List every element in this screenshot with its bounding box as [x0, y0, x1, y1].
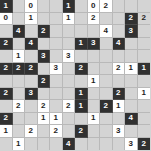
- cell-r2c5[interactable]: [63, 25, 76, 38]
- cell-r0c3[interactable]: [38, 0, 51, 13]
- cell-r5c2[interactable]: 2: [25, 63, 38, 76]
- cell-r1c8[interactable]: [100, 13, 113, 26]
- cell-r0c6[interactable]: [75, 0, 88, 13]
- cell-r4c5[interactable]: 3: [63, 50, 76, 63]
- cell-r1c6[interactable]: [75, 13, 88, 26]
- cell-r1c2[interactable]: 1: [25, 13, 38, 26]
- cell-r4c8[interactable]: [100, 50, 113, 63]
- cell-r11c2[interactable]: [25, 138, 38, 151]
- cell-r5c10[interactable]: 1: [125, 63, 138, 76]
- cell-r4c9[interactable]: [113, 50, 126, 63]
- cell-r0c0[interactable]: 1: [0, 0, 13, 13]
- cell-r3c9[interactable]: 4: [113, 38, 126, 51]
- cell-r2c8[interactable]: 4: [100, 25, 113, 38]
- cell-r8c10[interactable]: [125, 100, 138, 113]
- cell-r4c4[interactable]: [50, 50, 63, 63]
- cell-r4c6[interactable]: [75, 50, 88, 63]
- cell-r2c6[interactable]: [75, 25, 88, 38]
- cell-r0c9[interactable]: [113, 0, 126, 13]
- cell-r8c7[interactable]: [88, 100, 101, 113]
- cell-r3c2[interactable]: 4: [25, 38, 38, 51]
- cell-r8c0[interactable]: [0, 100, 13, 113]
- cell-r0c10[interactable]: [125, 0, 138, 13]
- cell-r7c1[interactable]: [13, 88, 26, 101]
- cell-r11c11[interactable]: 2: [138, 138, 151, 151]
- cell-r3c5[interactable]: [63, 38, 76, 51]
- cell-r3c11[interactable]: [138, 38, 151, 51]
- cell-r7c0[interactable]: 2: [0, 88, 13, 101]
- cell-r3c1[interactable]: [13, 38, 26, 51]
- cell-r9c11[interactable]: [138, 113, 151, 126]
- cell-r6c7[interactable]: 1: [88, 75, 101, 88]
- cell-r0c8[interactable]: 2: [100, 0, 113, 13]
- cell-r5c11[interactable]: 1: [138, 63, 151, 76]
- cell-r2c7[interactable]: [88, 25, 101, 38]
- cell-r1c0[interactable]: 0: [0, 13, 13, 26]
- cell-r6c1[interactable]: [13, 75, 26, 88]
- cell-r5c0[interactable]: 2: [0, 63, 13, 76]
- cell-r11c9[interactable]: [113, 138, 126, 151]
- cell-r6c8[interactable]: [100, 75, 113, 88]
- cell-r11c8[interactable]: [100, 138, 113, 151]
- cell-r0c1[interactable]: [13, 0, 26, 13]
- cell-r1c10[interactable]: 2: [125, 13, 138, 26]
- cell-r6c9[interactable]: [113, 75, 126, 88]
- cell-r1c4[interactable]: [50, 13, 63, 26]
- cell-r1c3[interactable]: [38, 13, 51, 26]
- cell-r4c1[interactable]: 1: [13, 50, 26, 63]
- cell-r8c11[interactable]: [138, 100, 151, 113]
- cell-r11c0[interactable]: [0, 138, 13, 151]
- cell-r7c6[interactable]: 1: [75, 88, 88, 101]
- cell-r2c11[interactable]: [138, 25, 151, 38]
- cell-r4c2[interactable]: [25, 50, 38, 63]
- cell-r9c2[interactable]: [25, 113, 38, 126]
- cell-r9c0[interactable]: 2: [0, 113, 13, 126]
- cell-r4c0[interactable]: [0, 50, 13, 63]
- cell-r9c3[interactable]: 1: [38, 113, 51, 126]
- cell-r8c3[interactable]: 2: [38, 100, 51, 113]
- cell-r7c2[interactable]: 3: [25, 88, 38, 101]
- cell-r6c6[interactable]: [75, 75, 88, 88]
- cell-r9c7[interactable]: 1: [88, 113, 101, 126]
- cell-r8c6[interactable]: 1: [75, 100, 88, 113]
- cell-r0c4[interactable]: [50, 0, 63, 13]
- cell-r8c1[interactable]: 2: [13, 100, 26, 113]
- cell-r4c3[interactable]: 3: [38, 50, 51, 63]
- cell-r10c2[interactable]: 2: [25, 125, 38, 138]
- cell-r5c1[interactable]: 2: [13, 63, 26, 76]
- cell-r2c10[interactable]: 3: [125, 25, 138, 38]
- cell-r5c5[interactable]: [63, 63, 76, 76]
- cell-r1c1[interactable]: [13, 13, 26, 26]
- cell-r5c6[interactable]: 2: [75, 63, 88, 76]
- cell-r10c1[interactable]: [13, 125, 26, 138]
- cell-r9c8[interactable]: [100, 113, 113, 126]
- cell-r3c3[interactable]: [38, 38, 51, 51]
- cell-r11c5[interactable]: 4: [63, 138, 76, 151]
- cell-r7c11[interactable]: 1: [138, 88, 151, 101]
- cell-r7c7[interactable]: [88, 88, 101, 101]
- cell-r10c6[interactable]: 2: [75, 125, 88, 138]
- cell-r8c9[interactable]: 1: [113, 100, 126, 113]
- cell-r5c8[interactable]: [100, 63, 113, 76]
- cell-r11c1[interactable]: 1: [13, 138, 26, 151]
- cell-r3c6[interactable]: 1: [75, 38, 88, 51]
- cell-r6c5[interactable]: [63, 75, 76, 88]
- cell-r7c4[interactable]: [50, 88, 63, 101]
- cell-r9c1[interactable]: [13, 113, 26, 126]
- cell-r9c9[interactable]: [113, 113, 126, 126]
- cell-r0c2[interactable]: 0: [25, 0, 38, 13]
- cell-r7c5[interactable]: [63, 88, 76, 101]
- cell-r2c2[interactable]: [25, 25, 38, 38]
- cell-r10c5[interactable]: [63, 125, 76, 138]
- cell-r6c3[interactable]: 2: [38, 75, 51, 88]
- cell-r10c3[interactable]: [38, 125, 51, 138]
- cell-r11c3[interactable]: [38, 138, 51, 151]
- cell-r7c9[interactable]: 2: [113, 88, 126, 101]
- cell-r11c10[interactable]: 3: [125, 138, 138, 151]
- cell-r8c4[interactable]: [50, 100, 63, 113]
- cell-r3c10[interactable]: [125, 38, 138, 51]
- cell-r0c5[interactable]: 1: [63, 0, 76, 13]
- cell-r4c11[interactable]: [138, 50, 151, 63]
- mosaic-board: 1010201122242432413413322232211212312122…: [0, 0, 150, 150]
- cell-r10c8[interactable]: [100, 125, 113, 138]
- cell-r10c10[interactable]: [125, 125, 138, 138]
- cell-r11c7[interactable]: [88, 138, 101, 151]
- cell-r9c5[interactable]: [63, 113, 76, 126]
- cell-r1c5[interactable]: 1: [63, 13, 76, 26]
- cell-r8c8[interactable]: 2: [100, 100, 113, 113]
- cell-r7c10[interactable]: [125, 88, 138, 101]
- cell-r9c6[interactable]: [75, 113, 88, 126]
- cell-r8c5[interactable]: 2: [63, 100, 76, 113]
- cell-r7c3[interactable]: [38, 88, 51, 101]
- cell-r2c1[interactable]: 4: [13, 25, 26, 38]
- cell-r5c7[interactable]: [88, 63, 101, 76]
- cell-r2c3[interactable]: 2: [38, 25, 51, 38]
- cell-r8c2[interactable]: [25, 100, 38, 113]
- cell-r1c11[interactable]: 2: [138, 13, 151, 26]
- cell-r0c11[interactable]: [138, 0, 151, 13]
- cell-r3c7[interactable]: 3: [88, 38, 101, 51]
- cell-r2c4[interactable]: [50, 25, 63, 38]
- cell-r3c8[interactable]: [100, 38, 113, 51]
- cell-r9c10[interactable]: 4: [125, 113, 138, 126]
- cell-r6c10[interactable]: [125, 75, 138, 88]
- cell-r9c4[interactable]: 1: [50, 113, 63, 126]
- cell-r10c4[interactable]: 2: [50, 125, 63, 138]
- cell-r6c0[interactable]: [0, 75, 13, 88]
- cell-r1c9[interactable]: [113, 13, 126, 26]
- cell-r10c0[interactable]: 1: [0, 125, 13, 138]
- cell-r6c11[interactable]: [138, 75, 151, 88]
- cell-r11c6[interactable]: [75, 138, 88, 151]
- cell-r5c4[interactable]: 3: [50, 63, 63, 76]
- cell-r10c7[interactable]: [88, 125, 101, 138]
- cell-r3c4[interactable]: [50, 38, 63, 51]
- cell-r2c9[interactable]: [113, 25, 126, 38]
- cell-r3c0[interactable]: 2: [0, 38, 13, 51]
- cell-r1c7[interactable]: 2: [88, 13, 101, 26]
- cell-r5c3[interactable]: [38, 63, 51, 76]
- cell-r6c2[interactable]: [25, 75, 38, 88]
- cell-r4c7[interactable]: [88, 50, 101, 63]
- cell-r6c4[interactable]: [50, 75, 63, 88]
- cell-r11c4[interactable]: [50, 138, 63, 151]
- cell-r0c7[interactable]: 0: [88, 0, 101, 13]
- cell-r7c8[interactable]: [100, 88, 113, 101]
- cell-r10c9[interactable]: 3: [113, 125, 126, 138]
- cell-r4c10[interactable]: [125, 50, 138, 63]
- cell-r5c9[interactable]: 2: [113, 63, 126, 76]
- cell-r10c11[interactable]: [138, 125, 151, 138]
- cell-r2c0[interactable]: [0, 25, 13, 38]
